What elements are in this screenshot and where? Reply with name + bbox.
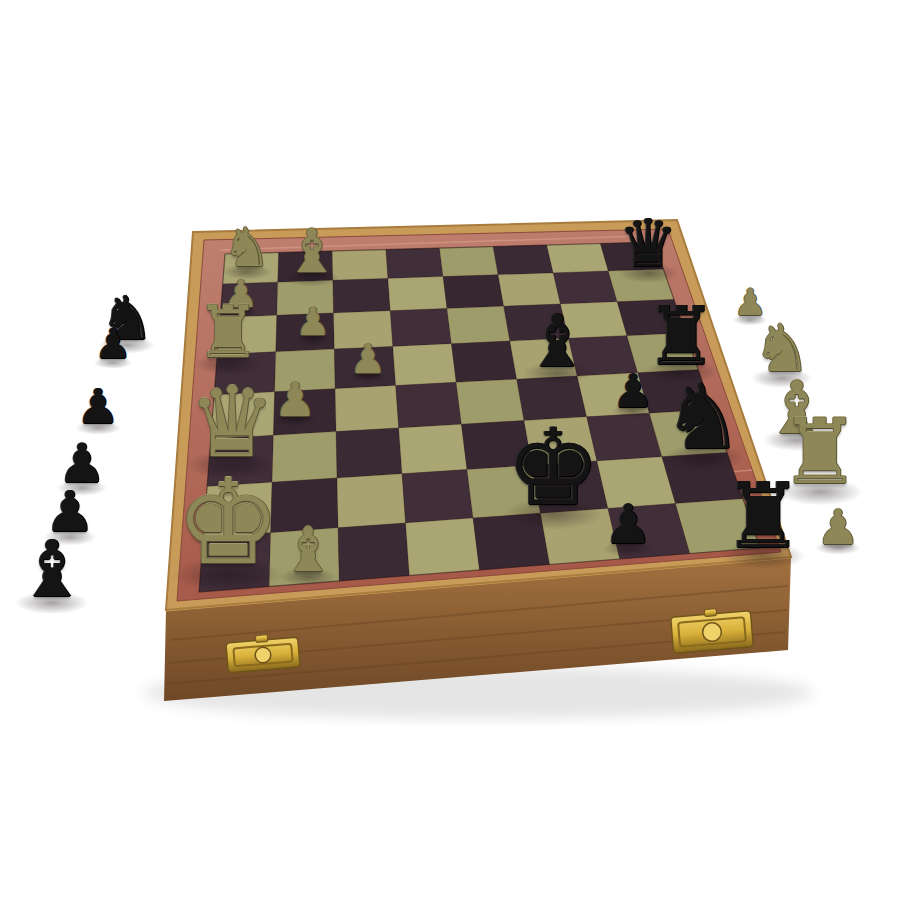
latch-hasp xyxy=(704,609,717,617)
square-g5 xyxy=(568,336,637,376)
square-c5 xyxy=(334,346,395,388)
square-a7 xyxy=(220,282,278,317)
square-g3 xyxy=(587,413,662,461)
square-f7 xyxy=(498,273,560,306)
square-c8 xyxy=(332,250,388,281)
square-b8 xyxy=(278,251,333,282)
square-e8 xyxy=(440,247,499,277)
latch-hasp xyxy=(255,635,268,643)
square-f2 xyxy=(532,461,608,513)
square-e2 xyxy=(467,465,541,518)
square-e3 xyxy=(461,421,532,470)
square-d3 xyxy=(399,424,467,474)
square-g8 xyxy=(547,244,609,273)
square-e1 xyxy=(473,513,550,570)
square-a1 xyxy=(199,533,271,592)
square-a8 xyxy=(223,253,279,285)
square-a4 xyxy=(211,392,275,439)
latch-knob xyxy=(255,647,272,664)
square-d1 xyxy=(406,518,480,575)
square-e6 xyxy=(447,306,510,343)
square-b2 xyxy=(271,478,338,533)
square-b1 xyxy=(269,528,339,587)
square-d7 xyxy=(388,277,447,311)
square-g7 xyxy=(553,271,617,304)
product-photo-chess-set: ♞♝♟♟♜♟♟♛♚♝♛♜♝♟♞♚♟♜♞♟♟♟♟♝♟♞♝♜♟ xyxy=(0,0,900,900)
square-c3 xyxy=(336,428,402,478)
square-g2 xyxy=(597,457,675,509)
square-f3 xyxy=(524,417,597,465)
square-b5 xyxy=(275,349,336,392)
square-e5 xyxy=(451,341,516,382)
square-c4 xyxy=(335,386,399,432)
square-d4 xyxy=(396,382,462,428)
square-d5 xyxy=(393,344,456,386)
square-a6 xyxy=(217,315,277,354)
square-h8 xyxy=(600,242,663,271)
square-b4 xyxy=(273,389,336,436)
square-d2 xyxy=(402,470,473,523)
square-g4 xyxy=(577,373,649,417)
square-f1 xyxy=(541,508,620,564)
square-f6 xyxy=(504,304,569,341)
square-a5 xyxy=(214,352,276,395)
square-e7 xyxy=(443,275,504,309)
square-d6 xyxy=(390,309,451,347)
chess-board-and-box xyxy=(0,0,900,900)
latch-knob xyxy=(702,622,722,642)
square-a2 xyxy=(203,482,272,537)
square-c2 xyxy=(337,474,406,528)
square-f4 xyxy=(517,376,587,421)
square-a3 xyxy=(207,435,273,486)
square-d8 xyxy=(386,248,443,278)
square-c1 xyxy=(338,523,409,581)
square-f8 xyxy=(493,245,553,275)
square-b6 xyxy=(276,313,335,352)
square-b7 xyxy=(277,280,334,315)
square-f5 xyxy=(510,338,577,379)
square-b3 xyxy=(272,432,337,483)
square-c6 xyxy=(334,311,393,349)
square-c7 xyxy=(333,278,390,313)
square-e4 xyxy=(456,379,524,424)
square-h7 xyxy=(608,269,674,302)
square-g6 xyxy=(560,302,627,339)
